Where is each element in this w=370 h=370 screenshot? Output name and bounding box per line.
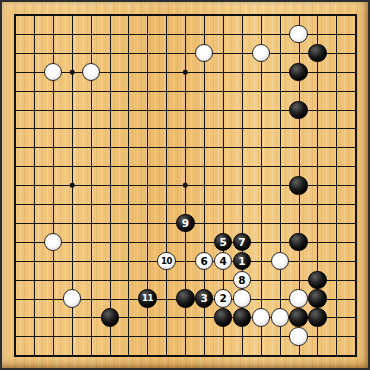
move-number: 4	[219, 256, 226, 267]
stone-black[interactable]: 7	[233, 233, 251, 251]
stone-white[interactable]: 10	[157, 252, 175, 270]
stone-black[interactable]	[289, 308, 307, 326]
stone-white[interactable]	[252, 44, 270, 62]
stone-black[interactable]: 9	[176, 214, 194, 232]
stone-black[interactable]	[214, 308, 232, 326]
stone-black[interactable]	[101, 308, 119, 326]
stone-black[interactable]: 1	[233, 252, 251, 270]
stone-white[interactable]	[271, 308, 289, 326]
stone-white[interactable]	[82, 63, 100, 81]
move-number: 3	[201, 293, 208, 304]
stone-black[interactable]: 11	[138, 289, 156, 307]
stone-white[interactable]	[44, 63, 62, 81]
move-number: 1	[238, 256, 245, 267]
move-number: 5	[219, 237, 226, 248]
stone-white[interactable]	[44, 233, 62, 251]
stone-white[interactable]	[63, 289, 81, 307]
stone-white[interactable]	[252, 308, 270, 326]
go-diagram: 9571064181132	[0, 0, 370, 370]
stone-black[interactable]: 3	[195, 289, 213, 307]
move-number: 9	[182, 218, 189, 229]
move-number: 10	[161, 257, 172, 266]
stone-black[interactable]	[308, 308, 326, 326]
stone-white[interactable]: 4	[214, 252, 232, 270]
move-number: 2	[219, 293, 226, 304]
stone-black[interactable]	[308, 271, 326, 289]
stone-black[interactable]	[289, 233, 307, 251]
stone-black[interactable]	[289, 176, 307, 194]
stone-white[interactable]	[233, 289, 251, 307]
stone-white[interactable]	[289, 289, 307, 307]
move-number: 11	[142, 294, 153, 303]
stone-white[interactable]: 6	[195, 252, 213, 270]
move-number: 8	[238, 275, 245, 286]
stone-white[interactable]	[289, 25, 307, 43]
move-number: 7	[238, 237, 245, 248]
stone-white[interactable]: 2	[214, 289, 232, 307]
stone-black[interactable]: 5	[214, 233, 232, 251]
stone-white[interactable]	[289, 327, 307, 345]
stone-white[interactable]	[271, 252, 289, 270]
stone-white[interactable]	[195, 44, 213, 62]
stone-black[interactable]	[308, 289, 326, 307]
stone-black[interactable]	[233, 308, 251, 326]
stone-black[interactable]	[176, 289, 194, 307]
stone-white[interactable]: 8	[233, 271, 251, 289]
go-board[interactable]: 9571064181132	[6, 6, 365, 365]
move-number: 6	[201, 256, 208, 267]
stone-black[interactable]	[289, 101, 307, 119]
stone-black[interactable]	[289, 63, 307, 81]
stone-black[interactable]	[308, 44, 326, 62]
